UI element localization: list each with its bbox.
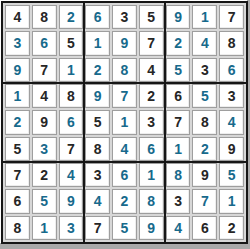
cell-r2c6[interactable]: 7 (139, 31, 164, 55)
cell-r4c6[interactable]: 2 (139, 84, 164, 108)
cell-r7c7[interactable]: 8 (166, 163, 191, 187)
cell-r5c6[interactable]: 3 (139, 110, 164, 134)
cell-r2c9[interactable]: 8 (219, 31, 244, 55)
cell-r1c4[interactable]: 6 (85, 5, 110, 29)
cell-r7c5[interactable]: 6 (112, 163, 137, 187)
cell-r2c1[interactable]: 3 (5, 31, 30, 55)
cell-r3c6[interactable]: 4 (139, 58, 164, 82)
cell-r5c8[interactable]: 8 (192, 110, 217, 134)
cell-r4c2[interactable]: 4 (32, 84, 57, 108)
cell-r9c4[interactable]: 7 (85, 216, 110, 240)
cell-r1c6[interactable]: 5 (139, 5, 164, 29)
cell-r6c3[interactable]: 7 (59, 137, 84, 161)
cell-r4c8[interactable]: 5 (192, 84, 217, 108)
cell-r9c3[interactable]: 3 (59, 216, 84, 240)
cell-r1c8[interactable]: 1 (192, 5, 217, 29)
cell-r7c9[interactable]: 5 (219, 163, 244, 187)
sudoku-board: 4826359173651972489712845361489726532965… (1, 1, 248, 244)
cell-r8c3[interactable]: 9 (59, 189, 84, 213)
cell-r1c5[interactable]: 3 (112, 5, 137, 29)
cell-r3c7[interactable]: 5 (166, 58, 191, 82)
cell-r3c5[interactable]: 8 (112, 58, 137, 82)
cell-r2c2[interactable]: 6 (32, 31, 57, 55)
cell-r2c7[interactable]: 2 (166, 31, 191, 55)
cell-r6c1[interactable]: 5 (5, 137, 30, 161)
cell-r1c1[interactable]: 4 (5, 5, 30, 29)
cell-r7c4[interactable]: 3 (85, 163, 110, 187)
cell-r2c8[interactable]: 4 (192, 31, 217, 55)
cell-r4c4[interactable]: 9 (85, 84, 110, 108)
cell-r9c2[interactable]: 1 (32, 216, 57, 240)
cell-r5c7[interactable]: 7 (166, 110, 191, 134)
cell-r9c8[interactable]: 6 (192, 216, 217, 240)
cell-r5c9[interactable]: 4 (219, 110, 244, 134)
cell-r4c3[interactable]: 8 (59, 84, 84, 108)
cell-r8c1[interactable]: 6 (5, 189, 30, 213)
cell-r1c2[interactable]: 8 (32, 5, 57, 29)
cell-r8c6[interactable]: 8 (139, 189, 164, 213)
cell-r8c5[interactable]: 2 (112, 189, 137, 213)
cell-r8c9[interactable]: 1 (219, 189, 244, 213)
cell-r8c7[interactable]: 3 (166, 189, 191, 213)
cell-r3c3[interactable]: 1 (59, 58, 84, 82)
cell-r5c4[interactable]: 5 (85, 110, 110, 134)
cell-r5c5[interactable]: 1 (112, 110, 137, 134)
cell-r6c6[interactable]: 6 (139, 137, 164, 161)
cell-r7c6[interactable]: 1 (139, 163, 164, 187)
cell-r4c7[interactable]: 6 (166, 84, 191, 108)
cell-r3c1[interactable]: 9 (5, 58, 30, 82)
cell-r7c3[interactable]: 4 (59, 163, 84, 187)
cell-r7c2[interactable]: 2 (32, 163, 57, 187)
cell-r6c9[interactable]: 9 (219, 137, 244, 161)
cell-r2c4[interactable]: 1 (85, 31, 110, 55)
cell-r3c9[interactable]: 6 (219, 58, 244, 82)
cell-r9c6[interactable]: 9 (139, 216, 164, 240)
cell-r7c1[interactable]: 7 (5, 163, 30, 187)
cell-r4c9[interactable]: 3 (219, 84, 244, 108)
cell-r8c4[interactable]: 4 (85, 189, 110, 213)
cell-r9c5[interactable]: 5 (112, 216, 137, 240)
cell-r4c5[interactable]: 7 (112, 84, 137, 108)
cell-r3c4[interactable]: 2 (85, 58, 110, 82)
cell-r7c8[interactable]: 9 (192, 163, 217, 187)
cell-r6c5[interactable]: 4 (112, 137, 137, 161)
sudoku-grid: 4826359173651972489712845361489726532965… (3, 3, 246, 242)
cell-r1c7[interactable]: 9 (166, 5, 191, 29)
cell-r2c3[interactable]: 5 (59, 31, 84, 55)
cell-r6c8[interactable]: 2 (192, 137, 217, 161)
cell-r5c3[interactable]: 6 (59, 110, 84, 134)
app-window: 4826359173651972489712845361489726532965… (0, 0, 250, 249)
cell-r6c2[interactable]: 3 (32, 137, 57, 161)
cell-r9c9[interactable]: 2 (219, 216, 244, 240)
cell-r5c2[interactable]: 9 (32, 110, 57, 134)
cell-r4c1[interactable]: 1 (5, 84, 30, 108)
cell-r3c2[interactable]: 7 (32, 58, 57, 82)
cell-r8c2[interactable]: 5 (32, 189, 57, 213)
cell-r5c1[interactable]: 2 (5, 110, 30, 134)
cell-r1c3[interactable]: 2 (59, 5, 84, 29)
cell-r8c8[interactable]: 7 (192, 189, 217, 213)
cell-r6c7[interactable]: 1 (166, 137, 191, 161)
cell-r1c9[interactable]: 7 (219, 5, 244, 29)
cell-r2c5[interactable]: 9 (112, 31, 137, 55)
cell-r9c1[interactable]: 8 (5, 216, 30, 240)
cell-r3c8[interactable]: 3 (192, 58, 217, 82)
cell-r9c7[interactable]: 4 (166, 216, 191, 240)
cell-r6c4[interactable]: 8 (85, 137, 110, 161)
